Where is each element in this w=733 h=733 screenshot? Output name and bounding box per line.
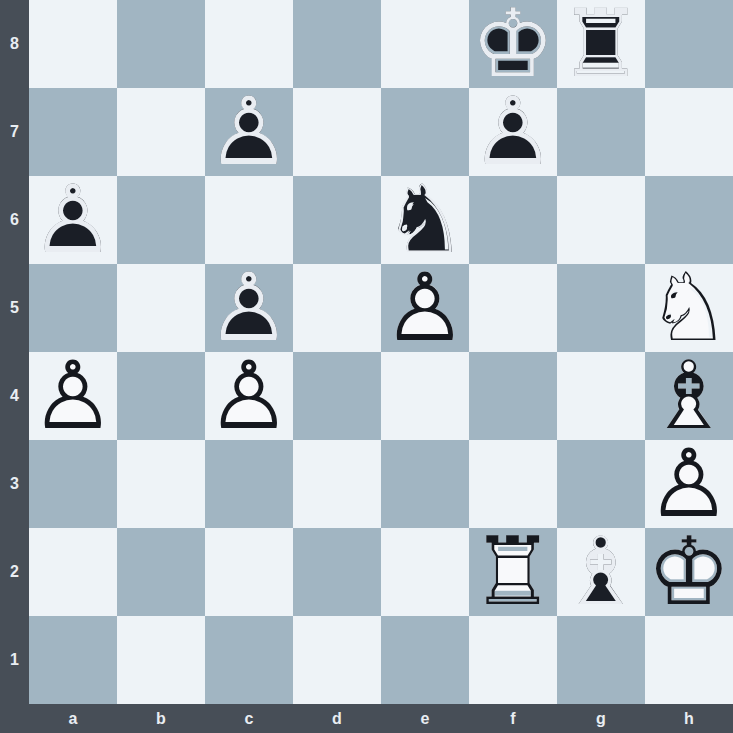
- square-b2[interactable]: [117, 528, 205, 616]
- square-f4[interactable]: [469, 352, 557, 440]
- square-b3[interactable]: [117, 440, 205, 528]
- bishop-glyph-outline: ♗: [645, 352, 733, 440]
- square-f5[interactable]: [469, 264, 557, 352]
- rank-label-4: 4: [0, 352, 29, 440]
- chess-board-container: 87654321 ♚♔♜♖♟♙♟♙♟♙♞♘♟♙♟♙♞♘♟♙♟♙♝♗♟♙♜♖♝♗♚…: [0, 0, 733, 733]
- rook-glyph-outline: ♖: [557, 0, 645, 88]
- square-h5[interactable]: ♞♘: [645, 264, 733, 352]
- square-e6[interactable]: ♞♘: [381, 176, 469, 264]
- king-glyph-outline: ♔: [645, 528, 733, 616]
- square-c8[interactable]: [205, 0, 293, 88]
- square-g1[interactable]: [557, 616, 645, 704]
- square-c6[interactable]: [205, 176, 293, 264]
- knight-glyph-outline: ♘: [645, 264, 733, 352]
- square-d7[interactable]: [293, 88, 381, 176]
- square-d6[interactable]: [293, 176, 381, 264]
- file-label-a: a: [29, 704, 117, 733]
- pawn-glyph-outline: ♙: [29, 352, 117, 440]
- square-f2[interactable]: ♜♖: [469, 528, 557, 616]
- pawn-glyph-outline: ♙: [645, 440, 733, 528]
- square-d5[interactable]: [293, 264, 381, 352]
- square-g7[interactable]: [557, 88, 645, 176]
- square-a8[interactable]: [29, 0, 117, 88]
- file-label-e: e: [381, 704, 469, 733]
- square-g5[interactable]: [557, 264, 645, 352]
- square-f3[interactable]: [469, 440, 557, 528]
- square-e5[interactable]: ♟♙: [381, 264, 469, 352]
- square-d1[interactable]: [293, 616, 381, 704]
- rank-label-7: 7: [0, 88, 29, 176]
- piece-white-pawn[interactable]: ♟♙: [381, 264, 469, 352]
- piece-black-rook[interactable]: ♜♖: [557, 0, 645, 88]
- square-c2[interactable]: [205, 528, 293, 616]
- square-a7[interactable]: [29, 88, 117, 176]
- square-f1[interactable]: [469, 616, 557, 704]
- square-h6[interactable]: [645, 176, 733, 264]
- square-b7[interactable]: [117, 88, 205, 176]
- square-h4[interactable]: ♝♗: [645, 352, 733, 440]
- chess-board: ♚♔♜♖♟♙♟♙♟♙♞♘♟♙♟♙♞♘♟♙♟♙♝♗♟♙♜♖♝♗♚♔: [29, 0, 733, 704]
- square-a4[interactable]: ♟♙: [29, 352, 117, 440]
- file-label-h: h: [645, 704, 733, 733]
- piece-white-pawn[interactable]: ♟♙: [645, 440, 733, 528]
- file-label-c: c: [205, 704, 293, 733]
- square-f8[interactable]: ♚♔: [469, 0, 557, 88]
- file-label-b: b: [117, 704, 205, 733]
- rank-label-5: 5: [0, 264, 29, 352]
- square-e2[interactable]: [381, 528, 469, 616]
- square-c3[interactable]: [205, 440, 293, 528]
- piece-white-rook[interactable]: ♜♖: [469, 528, 557, 616]
- square-d4[interactable]: [293, 352, 381, 440]
- square-a5[interactable]: [29, 264, 117, 352]
- piece-white-king[interactable]: ♚♔: [645, 528, 733, 616]
- square-h3[interactable]: ♟♙: [645, 440, 733, 528]
- square-g3[interactable]: [557, 440, 645, 528]
- rank-labels: 87654321: [0, 0, 29, 704]
- piece-black-pawn[interactable]: ♟♙: [205, 264, 293, 352]
- knight-glyph-outline: ♘: [381, 176, 469, 264]
- rank-label-8: 8: [0, 0, 29, 88]
- square-g4[interactable]: [557, 352, 645, 440]
- pawn-glyph-outline: ♙: [469, 88, 557, 176]
- square-b1[interactable]: [117, 616, 205, 704]
- pawn-glyph-outline: ♙: [205, 88, 293, 176]
- square-e4[interactable]: [381, 352, 469, 440]
- square-g8[interactable]: ♜♖: [557, 0, 645, 88]
- square-a1[interactable]: [29, 616, 117, 704]
- square-c4[interactable]: ♟♙: [205, 352, 293, 440]
- file-label-f: f: [469, 704, 557, 733]
- square-a2[interactable]: [29, 528, 117, 616]
- square-f6[interactable]: [469, 176, 557, 264]
- rank-label-2: 2: [0, 528, 29, 616]
- piece-black-bishop[interactable]: ♝♗: [557, 528, 645, 616]
- square-h8[interactable]: [645, 0, 733, 88]
- square-b5[interactable]: [117, 264, 205, 352]
- square-b4[interactable]: [117, 352, 205, 440]
- rank-label-6: 6: [0, 176, 29, 264]
- square-d3[interactable]: [293, 440, 381, 528]
- square-e1[interactable]: [381, 616, 469, 704]
- piece-white-pawn[interactable]: ♟♙: [205, 352, 293, 440]
- pawn-glyph-outline: ♙: [381, 264, 469, 352]
- square-e3[interactable]: [381, 440, 469, 528]
- square-e7[interactable]: [381, 88, 469, 176]
- piece-black-pawn[interactable]: ♟♙: [205, 88, 293, 176]
- square-g6[interactable]: [557, 176, 645, 264]
- square-e8[interactable]: [381, 0, 469, 88]
- piece-white-pawn[interactable]: ♟♙: [29, 352, 117, 440]
- rook-glyph-outline: ♖: [469, 528, 557, 616]
- pawn-glyph-outline: ♙: [29, 176, 117, 264]
- pawn-glyph-outline: ♙: [205, 352, 293, 440]
- piece-black-knight[interactable]: ♞♘: [381, 176, 469, 264]
- file-label-g: g: [557, 704, 645, 733]
- piece-black-pawn[interactable]: ♟♙: [469, 88, 557, 176]
- square-d8[interactable]: [293, 0, 381, 88]
- square-b6[interactable]: [117, 176, 205, 264]
- piece-black-pawn[interactable]: ♟♙: [29, 176, 117, 264]
- square-h7[interactable]: [645, 88, 733, 176]
- square-a6[interactable]: ♟♙: [29, 176, 117, 264]
- square-c5[interactable]: ♟♙: [205, 264, 293, 352]
- rank-label-3: 3: [0, 440, 29, 528]
- piece-white-knight[interactable]: ♞♘: [645, 264, 733, 352]
- square-d2[interactable]: [293, 528, 381, 616]
- king-glyph-outline: ♔: [469, 0, 557, 88]
- square-b8[interactable]: [117, 0, 205, 88]
- piece-black-king[interactable]: ♚♔: [469, 0, 557, 88]
- file-label-d: d: [293, 704, 381, 733]
- square-c7[interactable]: ♟♙: [205, 88, 293, 176]
- square-c1[interactable]: [205, 616, 293, 704]
- square-f7[interactable]: ♟♙: [469, 88, 557, 176]
- square-h2[interactable]: ♚♔: [645, 528, 733, 616]
- square-h1[interactable]: [645, 616, 733, 704]
- rank-label-1: 1: [0, 616, 29, 704]
- file-labels: abcdefgh: [29, 704, 733, 733]
- pawn-glyph-outline: ♙: [205, 264, 293, 352]
- bishop-glyph-outline: ♗: [557, 528, 645, 616]
- piece-white-bishop[interactable]: ♝♗: [645, 352, 733, 440]
- square-a3[interactable]: [29, 440, 117, 528]
- square-g2[interactable]: ♝♗: [557, 528, 645, 616]
